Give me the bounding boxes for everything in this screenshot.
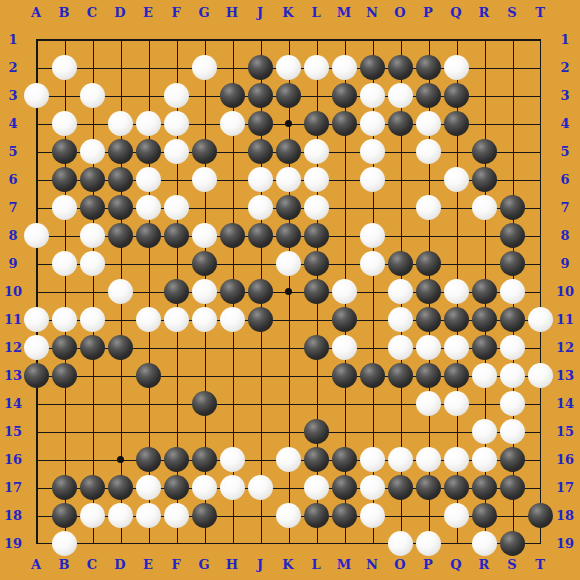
point-B9[interactable] (50, 249, 78, 277)
point-O6[interactable] (386, 165, 414, 193)
point-O11[interactable] (386, 305, 414, 333)
point-K18[interactable] (274, 501, 302, 529)
point-D19[interactable] (106, 529, 134, 557)
point-M3[interactable] (330, 81, 358, 109)
point-D15[interactable] (106, 417, 134, 445)
point-A1[interactable] (22, 25, 50, 53)
point-K11[interactable] (274, 305, 302, 333)
point-K8[interactable] (274, 221, 302, 249)
point-B18[interactable] (50, 501, 78, 529)
point-A18[interactable] (22, 501, 50, 529)
point-B1[interactable] (50, 25, 78, 53)
point-M15[interactable] (330, 417, 358, 445)
point-M8[interactable] (330, 221, 358, 249)
point-H19[interactable] (218, 529, 246, 557)
point-R18[interactable] (470, 501, 498, 529)
point-N3[interactable] (358, 81, 386, 109)
point-K13[interactable] (274, 361, 302, 389)
point-C19[interactable] (78, 529, 106, 557)
point-R2[interactable] (470, 53, 498, 81)
point-G7[interactable] (190, 193, 218, 221)
point-H4[interactable] (218, 109, 246, 137)
point-M5[interactable] (330, 137, 358, 165)
point-O10[interactable] (386, 277, 414, 305)
point-S8[interactable] (498, 221, 526, 249)
point-C2[interactable] (78, 53, 106, 81)
point-R1[interactable] (470, 25, 498, 53)
point-S12[interactable] (498, 333, 526, 361)
point-T6[interactable] (526, 165, 554, 193)
point-D5[interactable] (106, 137, 134, 165)
point-F4[interactable] (162, 109, 190, 137)
point-R4[interactable] (470, 109, 498, 137)
point-N17[interactable] (358, 473, 386, 501)
point-G4[interactable] (190, 109, 218, 137)
point-G5[interactable] (190, 137, 218, 165)
point-Q7[interactable] (442, 193, 470, 221)
point-E6[interactable] (134, 165, 162, 193)
point-B8[interactable] (50, 221, 78, 249)
point-O14[interactable] (386, 389, 414, 417)
point-C15[interactable] (78, 417, 106, 445)
point-P5[interactable] (414, 137, 442, 165)
point-Q4[interactable] (442, 109, 470, 137)
point-T14[interactable] (526, 389, 554, 417)
point-D9[interactable] (106, 249, 134, 277)
point-R14[interactable] (470, 389, 498, 417)
point-N19[interactable] (358, 529, 386, 557)
point-M19[interactable] (330, 529, 358, 557)
point-D4[interactable] (106, 109, 134, 137)
point-C3[interactable] (78, 81, 106, 109)
point-D6[interactable] (106, 165, 134, 193)
point-N10[interactable] (358, 277, 386, 305)
point-J13[interactable] (246, 361, 274, 389)
point-B5[interactable] (50, 137, 78, 165)
point-K17[interactable] (274, 473, 302, 501)
point-T15[interactable] (526, 417, 554, 445)
point-R5[interactable] (470, 137, 498, 165)
point-E1[interactable] (134, 25, 162, 53)
point-O13[interactable] (386, 361, 414, 389)
point-R9[interactable] (470, 249, 498, 277)
point-B11[interactable] (50, 305, 78, 333)
point-R16[interactable] (470, 445, 498, 473)
point-C9[interactable] (78, 249, 106, 277)
point-N16[interactable] (358, 445, 386, 473)
point-G3[interactable] (190, 81, 218, 109)
point-F7[interactable] (162, 193, 190, 221)
point-P3[interactable] (414, 81, 442, 109)
point-C11[interactable] (78, 305, 106, 333)
point-S5[interactable] (498, 137, 526, 165)
point-T19[interactable] (526, 529, 554, 557)
point-C7[interactable] (78, 193, 106, 221)
point-H5[interactable] (218, 137, 246, 165)
point-O7[interactable] (386, 193, 414, 221)
point-B12[interactable] (50, 333, 78, 361)
point-S4[interactable] (498, 109, 526, 137)
point-C12[interactable] (78, 333, 106, 361)
point-J11[interactable] (246, 305, 274, 333)
point-G18[interactable] (190, 501, 218, 529)
point-E15[interactable] (134, 417, 162, 445)
point-F5[interactable] (162, 137, 190, 165)
point-J7[interactable] (246, 193, 274, 221)
point-S9[interactable] (498, 249, 526, 277)
point-O18[interactable] (386, 501, 414, 529)
point-B14[interactable] (50, 389, 78, 417)
point-L11[interactable] (302, 305, 330, 333)
point-L2[interactable] (302, 53, 330, 81)
point-N5[interactable] (358, 137, 386, 165)
point-T16[interactable] (526, 445, 554, 473)
point-C4[interactable] (78, 109, 106, 137)
point-A3[interactable] (22, 81, 50, 109)
point-L16[interactable] (302, 445, 330, 473)
point-T1[interactable] (526, 25, 554, 53)
point-G10[interactable] (190, 277, 218, 305)
point-P15[interactable] (414, 417, 442, 445)
point-C6[interactable] (78, 165, 106, 193)
point-Q17[interactable] (442, 473, 470, 501)
point-P6[interactable] (414, 165, 442, 193)
point-F11[interactable] (162, 305, 190, 333)
point-A11[interactable] (22, 305, 50, 333)
point-J9[interactable] (246, 249, 274, 277)
point-M1[interactable] (330, 25, 358, 53)
point-K10[interactable] (274, 277, 302, 305)
point-P8[interactable] (414, 221, 442, 249)
point-L1[interactable] (302, 25, 330, 53)
point-D2[interactable] (106, 53, 134, 81)
point-L13[interactable] (302, 361, 330, 389)
point-Q11[interactable] (442, 305, 470, 333)
point-E19[interactable] (134, 529, 162, 557)
point-T9[interactable] (526, 249, 554, 277)
point-K3[interactable] (274, 81, 302, 109)
point-L3[interactable] (302, 81, 330, 109)
point-S11[interactable] (498, 305, 526, 333)
point-H7[interactable] (218, 193, 246, 221)
point-G19[interactable] (190, 529, 218, 557)
point-Q15[interactable] (442, 417, 470, 445)
point-M17[interactable] (330, 473, 358, 501)
point-A7[interactable] (22, 193, 50, 221)
point-A5[interactable] (22, 137, 50, 165)
point-S6[interactable] (498, 165, 526, 193)
point-B19[interactable] (50, 529, 78, 557)
point-K4[interactable] (274, 109, 302, 137)
point-H3[interactable] (218, 81, 246, 109)
point-A9[interactable] (22, 249, 50, 277)
point-L18[interactable] (302, 501, 330, 529)
point-J17[interactable] (246, 473, 274, 501)
point-K1[interactable] (274, 25, 302, 53)
point-B2[interactable] (50, 53, 78, 81)
point-E11[interactable] (134, 305, 162, 333)
point-Q9[interactable] (442, 249, 470, 277)
point-D14[interactable] (106, 389, 134, 417)
point-O3[interactable] (386, 81, 414, 109)
point-S13[interactable] (498, 361, 526, 389)
point-D11[interactable] (106, 305, 134, 333)
point-G13[interactable] (190, 361, 218, 389)
point-F17[interactable] (162, 473, 190, 501)
point-T7[interactable] (526, 193, 554, 221)
point-R11[interactable] (470, 305, 498, 333)
point-T12[interactable] (526, 333, 554, 361)
point-G15[interactable] (190, 417, 218, 445)
point-R12[interactable] (470, 333, 498, 361)
point-S1[interactable] (498, 25, 526, 53)
point-O17[interactable] (386, 473, 414, 501)
point-N2[interactable] (358, 53, 386, 81)
point-N15[interactable] (358, 417, 386, 445)
point-A2[interactable] (22, 53, 50, 81)
point-D3[interactable] (106, 81, 134, 109)
point-E14[interactable] (134, 389, 162, 417)
point-M7[interactable] (330, 193, 358, 221)
point-P13[interactable] (414, 361, 442, 389)
point-O2[interactable] (386, 53, 414, 81)
point-P16[interactable] (414, 445, 442, 473)
point-F8[interactable] (162, 221, 190, 249)
point-M2[interactable] (330, 53, 358, 81)
point-S16[interactable] (498, 445, 526, 473)
point-J12[interactable] (246, 333, 274, 361)
point-B15[interactable] (50, 417, 78, 445)
point-N4[interactable] (358, 109, 386, 137)
point-F1[interactable] (162, 25, 190, 53)
point-M9[interactable] (330, 249, 358, 277)
point-O1[interactable] (386, 25, 414, 53)
point-H2[interactable] (218, 53, 246, 81)
point-F2[interactable] (162, 53, 190, 81)
point-Q10[interactable] (442, 277, 470, 305)
point-B7[interactable] (50, 193, 78, 221)
point-B10[interactable] (50, 277, 78, 305)
point-L17[interactable] (302, 473, 330, 501)
point-S15[interactable] (498, 417, 526, 445)
point-Q12[interactable] (442, 333, 470, 361)
point-M10[interactable] (330, 277, 358, 305)
point-J1[interactable] (246, 25, 274, 53)
point-S3[interactable] (498, 81, 526, 109)
point-K16[interactable] (274, 445, 302, 473)
point-Q3[interactable] (442, 81, 470, 109)
point-C1[interactable] (78, 25, 106, 53)
point-M18[interactable] (330, 501, 358, 529)
point-N11[interactable] (358, 305, 386, 333)
point-C13[interactable] (78, 361, 106, 389)
point-R10[interactable] (470, 277, 498, 305)
point-Q5[interactable] (442, 137, 470, 165)
point-L14[interactable] (302, 389, 330, 417)
point-J5[interactable] (246, 137, 274, 165)
point-E18[interactable] (134, 501, 162, 529)
point-S10[interactable] (498, 277, 526, 305)
point-Q1[interactable] (442, 25, 470, 53)
point-L9[interactable] (302, 249, 330, 277)
point-R8[interactable] (470, 221, 498, 249)
point-D1[interactable] (106, 25, 134, 53)
point-M6[interactable] (330, 165, 358, 193)
point-K2[interactable] (274, 53, 302, 81)
point-L19[interactable] (302, 529, 330, 557)
point-E12[interactable] (134, 333, 162, 361)
point-L7[interactable] (302, 193, 330, 221)
point-D8[interactable] (106, 221, 134, 249)
point-O16[interactable] (386, 445, 414, 473)
point-H9[interactable] (218, 249, 246, 277)
point-J4[interactable] (246, 109, 274, 137)
point-L10[interactable] (302, 277, 330, 305)
point-J18[interactable] (246, 501, 274, 529)
point-A17[interactable] (22, 473, 50, 501)
point-T18[interactable] (526, 501, 554, 529)
point-F10[interactable] (162, 277, 190, 305)
point-A16[interactable] (22, 445, 50, 473)
point-H1[interactable] (218, 25, 246, 53)
point-T13[interactable] (526, 361, 554, 389)
point-O15[interactable] (386, 417, 414, 445)
point-Q2[interactable] (442, 53, 470, 81)
point-M11[interactable] (330, 305, 358, 333)
point-R7[interactable] (470, 193, 498, 221)
point-J10[interactable] (246, 277, 274, 305)
point-B16[interactable] (50, 445, 78, 473)
point-P9[interactable] (414, 249, 442, 277)
point-H17[interactable] (218, 473, 246, 501)
point-A14[interactable] (22, 389, 50, 417)
point-J8[interactable] (246, 221, 274, 249)
point-E8[interactable] (134, 221, 162, 249)
point-K9[interactable] (274, 249, 302, 277)
point-E7[interactable] (134, 193, 162, 221)
point-S19[interactable] (498, 529, 526, 557)
point-C14[interactable] (78, 389, 106, 417)
point-N18[interactable] (358, 501, 386, 529)
point-T4[interactable] (526, 109, 554, 137)
point-J3[interactable] (246, 81, 274, 109)
point-E16[interactable] (134, 445, 162, 473)
point-J6[interactable] (246, 165, 274, 193)
point-P7[interactable] (414, 193, 442, 221)
point-F19[interactable] (162, 529, 190, 557)
point-B3[interactable] (50, 81, 78, 109)
point-O9[interactable] (386, 249, 414, 277)
point-Q18[interactable] (442, 501, 470, 529)
point-M13[interactable] (330, 361, 358, 389)
point-D18[interactable] (106, 501, 134, 529)
point-H6[interactable] (218, 165, 246, 193)
point-H18[interactable] (218, 501, 246, 529)
point-A4[interactable] (22, 109, 50, 137)
point-E2[interactable] (134, 53, 162, 81)
point-B17[interactable] (50, 473, 78, 501)
point-L8[interactable] (302, 221, 330, 249)
point-R19[interactable] (470, 529, 498, 557)
point-H13[interactable] (218, 361, 246, 389)
point-H12[interactable] (218, 333, 246, 361)
point-C8[interactable] (78, 221, 106, 249)
point-N13[interactable] (358, 361, 386, 389)
point-K19[interactable] (274, 529, 302, 557)
point-H15[interactable] (218, 417, 246, 445)
point-P19[interactable] (414, 529, 442, 557)
point-A8[interactable] (22, 221, 50, 249)
point-P1[interactable] (414, 25, 442, 53)
point-H10[interactable] (218, 277, 246, 305)
point-J19[interactable] (246, 529, 274, 557)
point-G16[interactable] (190, 445, 218, 473)
point-F13[interactable] (162, 361, 190, 389)
point-F3[interactable] (162, 81, 190, 109)
point-B6[interactable] (50, 165, 78, 193)
point-D7[interactable] (106, 193, 134, 221)
point-N1[interactable] (358, 25, 386, 53)
point-K15[interactable] (274, 417, 302, 445)
point-Q14[interactable] (442, 389, 470, 417)
point-F16[interactable] (162, 445, 190, 473)
point-Q6[interactable] (442, 165, 470, 193)
point-T10[interactable] (526, 277, 554, 305)
point-A12[interactable] (22, 333, 50, 361)
point-E4[interactable] (134, 109, 162, 137)
point-A10[interactable] (22, 277, 50, 305)
point-G9[interactable] (190, 249, 218, 277)
point-E9[interactable] (134, 249, 162, 277)
point-C5[interactable] (78, 137, 106, 165)
point-H11[interactable] (218, 305, 246, 333)
point-S7[interactable] (498, 193, 526, 221)
point-A13[interactable] (22, 361, 50, 389)
point-C17[interactable] (78, 473, 106, 501)
point-J2[interactable] (246, 53, 274, 81)
point-A19[interactable] (22, 529, 50, 557)
point-K5[interactable] (274, 137, 302, 165)
point-S18[interactable] (498, 501, 526, 529)
point-G8[interactable] (190, 221, 218, 249)
point-S17[interactable] (498, 473, 526, 501)
point-E5[interactable] (134, 137, 162, 165)
point-F18[interactable] (162, 501, 190, 529)
point-R17[interactable] (470, 473, 498, 501)
point-M14[interactable] (330, 389, 358, 417)
point-E3[interactable] (134, 81, 162, 109)
point-G14[interactable] (190, 389, 218, 417)
point-G12[interactable] (190, 333, 218, 361)
point-N8[interactable] (358, 221, 386, 249)
point-C10[interactable] (78, 277, 106, 305)
point-Q8[interactable] (442, 221, 470, 249)
point-O19[interactable] (386, 529, 414, 557)
point-J14[interactable] (246, 389, 274, 417)
point-F9[interactable] (162, 249, 190, 277)
point-L6[interactable] (302, 165, 330, 193)
point-S14[interactable] (498, 389, 526, 417)
point-O4[interactable] (386, 109, 414, 137)
point-P18[interactable] (414, 501, 442, 529)
point-N14[interactable] (358, 389, 386, 417)
point-D17[interactable] (106, 473, 134, 501)
point-R3[interactable] (470, 81, 498, 109)
point-J15[interactable] (246, 417, 274, 445)
point-D10[interactable] (106, 277, 134, 305)
point-A15[interactable] (22, 417, 50, 445)
point-G1[interactable] (190, 25, 218, 53)
